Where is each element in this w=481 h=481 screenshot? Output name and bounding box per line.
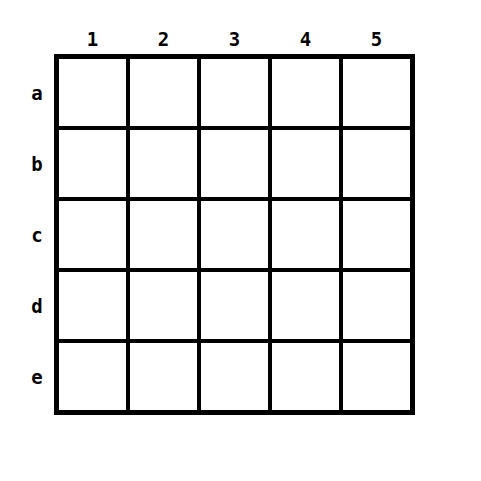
row-label-a: a [24, 59, 50, 126]
cell-e4[interactable] [272, 343, 339, 410]
cell-b4[interactable] [272, 130, 339, 197]
cell-c5[interactable] [343, 201, 410, 268]
cell-a2[interactable] [130, 59, 197, 126]
row-label-e: e [24, 343, 50, 410]
row-labels: abcde [24, 59, 50, 410]
row-label-d: d [24, 272, 50, 339]
col-label-5: 5 [343, 27, 410, 51]
cell-e2[interactable] [130, 343, 197, 410]
column-labels: 12345 [59, 27, 410, 51]
col-label-2: 2 [130, 27, 197, 51]
board [54, 54, 415, 415]
cell-d5[interactable] [343, 272, 410, 339]
cell-a5[interactable] [343, 59, 410, 126]
cell-a1[interactable] [59, 59, 126, 126]
cell-e1[interactable] [59, 343, 126, 410]
row-label-c: c [24, 201, 50, 268]
cell-e3[interactable] [201, 343, 268, 410]
cell-d3[interactable] [201, 272, 268, 339]
row-label-b: b [24, 130, 50, 197]
page: 12345 abcde [0, 0, 481, 481]
cell-c1[interactable] [59, 201, 126, 268]
cell-c2[interactable] [130, 201, 197, 268]
cell-a4[interactable] [272, 59, 339, 126]
cell-b2[interactable] [130, 130, 197, 197]
cell-b1[interactable] [59, 130, 126, 197]
col-label-1: 1 [59, 27, 126, 51]
cell-e5[interactable] [343, 343, 410, 410]
cell-d2[interactable] [130, 272, 197, 339]
cell-c4[interactable] [272, 201, 339, 268]
cell-b3[interactable] [201, 130, 268, 197]
cell-b5[interactable] [343, 130, 410, 197]
cell-c3[interactable] [201, 201, 268, 268]
col-label-3: 3 [201, 27, 268, 51]
cell-a3[interactable] [201, 59, 268, 126]
col-label-4: 4 [272, 27, 339, 51]
cell-d1[interactable] [59, 272, 126, 339]
cell-d4[interactable] [272, 272, 339, 339]
